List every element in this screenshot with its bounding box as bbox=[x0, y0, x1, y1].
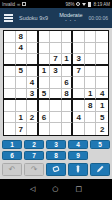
home-icon[interactable]: ○ bbox=[52, 186, 58, 193]
cell-r4c6[interactable] bbox=[62, 66, 74, 78]
cell-r5c5[interactable] bbox=[50, 77, 62, 89]
cell-r2c1[interactable] bbox=[4, 43, 16, 55]
cell-r9c1[interactable] bbox=[4, 123, 16, 135]
menu-icon[interactable] bbox=[4, 14, 13, 22]
cell-r4c5[interactable]: 3 bbox=[50, 66, 62, 78]
cell-r7c6[interactable] bbox=[62, 100, 74, 112]
cell-r5c1[interactable] bbox=[4, 77, 16, 89]
cell-r7c1[interactable] bbox=[4, 100, 16, 112]
cell-r6c5[interactable] bbox=[50, 89, 62, 101]
cell-r2c6[interactable] bbox=[62, 43, 74, 55]
cell-r7c7[interactable] bbox=[73, 100, 85, 112]
cell-r4c9[interactable] bbox=[96, 66, 108, 78]
cell-r9c5[interactable] bbox=[50, 123, 62, 135]
battery-icon bbox=[88, 2, 91, 7]
digit-7-button[interactable]: 7 bbox=[24, 151, 44, 160]
digit-9-button[interactable]: 9 bbox=[68, 151, 88, 160]
cell-r5c9[interactable] bbox=[96, 77, 108, 89]
carrier-label: Invalid bbox=[2, 2, 15, 7]
eraser-icon bbox=[51, 162, 61, 177]
status-bar: Invalid ∞ 98% 8:19 AM bbox=[0, 0, 112, 8]
digit-6-button[interactable]: 6 bbox=[2, 151, 22, 160]
redo-icon: ↷ bbox=[31, 166, 38, 174]
cell-r1c3[interactable] bbox=[27, 31, 39, 43]
game-timer: 00:00:06 bbox=[89, 15, 108, 21]
tool-bar: ↶ ↷ bbox=[2, 163, 110, 176]
digit-4-button[interactable]: 4 bbox=[68, 140, 88, 149]
undo-icon: ↶ bbox=[9, 166, 16, 174]
cell-r2c4[interactable] bbox=[39, 43, 51, 55]
cell-r3c3[interactable] bbox=[27, 54, 39, 66]
cell-r4c2[interactable]: 5 bbox=[16, 66, 28, 78]
cell-r8c8[interactable] bbox=[85, 112, 97, 124]
cell-r2c2[interactable]: 4 bbox=[16, 43, 28, 55]
redo-button[interactable]: ↷ bbox=[24, 163, 44, 176]
cell-r8c3[interactable]: 2 bbox=[27, 112, 39, 124]
cell-r8c2[interactable]: 1 bbox=[16, 112, 28, 124]
cell-r6c9[interactable]: 4 bbox=[96, 89, 108, 101]
dual-sim-icon: ∞ bbox=[17, 2, 20, 7]
recents-icon[interactable]: □ bbox=[75, 186, 82, 193]
cell-r9c2[interactable]: 7 bbox=[16, 123, 28, 135]
cell-r1c2[interactable]: 8 bbox=[16, 31, 28, 43]
cell-r7c5[interactable] bbox=[50, 100, 62, 112]
cell-r5c8[interactable] bbox=[85, 77, 97, 89]
cell-r1c5[interactable] bbox=[50, 31, 62, 43]
digit-8-button[interactable]: 8 bbox=[46, 151, 66, 160]
back-icon[interactable]: ◁ bbox=[30, 186, 35, 193]
keypad-row-1: 1 2 3 4 5 bbox=[2, 140, 110, 149]
pen-icon bbox=[73, 162, 83, 177]
cell-r7c3[interactable] bbox=[27, 100, 39, 112]
digit-2-button[interactable]: 2 bbox=[24, 140, 44, 149]
cell-r8c9[interactable]: 5 bbox=[96, 112, 108, 124]
cell-r4c8[interactable] bbox=[85, 66, 97, 78]
cell-r7c8[interactable]: 8 bbox=[85, 100, 97, 112]
battery-percent-label: 98% bbox=[65, 2, 74, 7]
cell-r9c4[interactable] bbox=[39, 123, 51, 135]
cell-r6c4[interactable]: 5 bbox=[39, 89, 51, 101]
cell-r2c8[interactable] bbox=[85, 43, 97, 55]
cell-r1c4[interactable] bbox=[39, 31, 51, 43]
cell-r7c4[interactable] bbox=[39, 100, 51, 112]
wifi-icon bbox=[82, 3, 86, 6]
cell-r3c1[interactable] bbox=[4, 54, 16, 66]
cell-r6c6[interactable]: 8 bbox=[62, 89, 74, 101]
undo-button[interactable]: ↶ bbox=[2, 163, 22, 176]
pen-button[interactable] bbox=[68, 163, 88, 176]
cell-r1c1[interactable] bbox=[4, 31, 16, 43]
cell-r6c1[interactable] bbox=[4, 89, 16, 101]
cell-r4c7[interactable]: 7 bbox=[73, 66, 85, 78]
difficulty-selector[interactable]: Moderate • • • bbox=[59, 13, 82, 24]
main-content: 8471351374635814811264572 1 2 3 4 5 6 7 … bbox=[0, 28, 112, 179]
cell-r8c6[interactable] bbox=[62, 112, 74, 124]
cell-r9c3[interactable] bbox=[27, 123, 39, 135]
digit-1-button[interactable]: 1 bbox=[2, 140, 22, 149]
cell-r3c6[interactable]: 1 bbox=[62, 54, 74, 66]
digit-5-button[interactable]: 5 bbox=[90, 140, 110, 149]
cell-r4c1[interactable] bbox=[4, 66, 16, 78]
alarm-icon bbox=[76, 2, 80, 6]
cell-r4c4[interactable]: 1 bbox=[39, 66, 51, 78]
cell-r3c4[interactable] bbox=[39, 54, 51, 66]
cell-r6c3[interactable]: 3 bbox=[27, 89, 39, 101]
phone-screen: Invalid ∞ 98% 8:19 AM Sudoku 9x9 Moderat… bbox=[0, 0, 112, 200]
app-title: Sudoku 9x9 bbox=[19, 15, 48, 21]
cell-r8c7[interactable]: 4 bbox=[73, 112, 85, 124]
cell-r2c3[interactable] bbox=[27, 43, 39, 55]
cell-r2c9[interactable] bbox=[96, 43, 108, 55]
cell-r5c3[interactable]: 4 bbox=[27, 77, 39, 89]
cell-r2c7[interactable] bbox=[73, 43, 85, 55]
eraser-button[interactable] bbox=[46, 163, 66, 176]
cell-r5c6[interactable]: 6 bbox=[62, 77, 74, 89]
cell-r3c9[interactable] bbox=[96, 54, 108, 66]
sim-card-icon bbox=[22, 2, 26, 7]
cell-r4c3[interactable] bbox=[27, 66, 39, 78]
cell-r1c8[interactable] bbox=[85, 31, 97, 43]
pencil-button[interactable] bbox=[90, 163, 110, 176]
clock-label: 8:19 AM bbox=[93, 2, 110, 7]
cell-r9c7[interactable] bbox=[73, 123, 85, 135]
cell-r7c9[interactable]: 1 bbox=[96, 100, 108, 112]
pencil-icon bbox=[95, 162, 105, 177]
cell-r8c1[interactable] bbox=[4, 112, 16, 124]
cell-r1c7[interactable] bbox=[73, 31, 85, 43]
difficulty-dots-icon: • • • bbox=[65, 19, 76, 23]
cell-r6c8[interactable]: 1 bbox=[85, 89, 97, 101]
cell-r1c6[interactable] bbox=[62, 31, 74, 43]
cell-r8c4[interactable]: 6 bbox=[39, 112, 51, 124]
cell-r8c5[interactable] bbox=[50, 112, 62, 124]
cell-r5c4[interactable] bbox=[39, 77, 51, 89]
keypad-row-2: 6 7 8 9 bbox=[2, 151, 110, 160]
cell-r3c2[interactable] bbox=[16, 54, 28, 66]
sudoku-board: 8471351374635814811264572 bbox=[3, 30, 109, 136]
digit-3-button[interactable]: 3 bbox=[46, 140, 66, 149]
cell-r5c7[interactable] bbox=[73, 77, 85, 89]
cell-r9c9[interactable]: 2 bbox=[96, 123, 108, 135]
cell-r6c7[interactable] bbox=[73, 89, 85, 101]
cell-r7c2[interactable] bbox=[16, 100, 28, 112]
cell-r3c8[interactable] bbox=[85, 54, 97, 66]
cell-r6c2[interactable] bbox=[16, 89, 28, 101]
app-bar: Sudoku 9x9 Moderate • • • 00:00:06 bbox=[0, 8, 112, 28]
android-nav-bar: ◁ ○ □ bbox=[0, 179, 112, 200]
cell-r5c2[interactable] bbox=[16, 77, 28, 89]
cell-r1c9[interactable] bbox=[96, 31, 108, 43]
cell-r9c6[interactable] bbox=[62, 123, 74, 135]
cell-r2c5[interactable] bbox=[50, 43, 62, 55]
cell-r3c5[interactable]: 7 bbox=[50, 54, 62, 66]
cell-r9c8[interactable] bbox=[85, 123, 97, 135]
cell-r3c7[interactable]: 3 bbox=[73, 54, 85, 66]
